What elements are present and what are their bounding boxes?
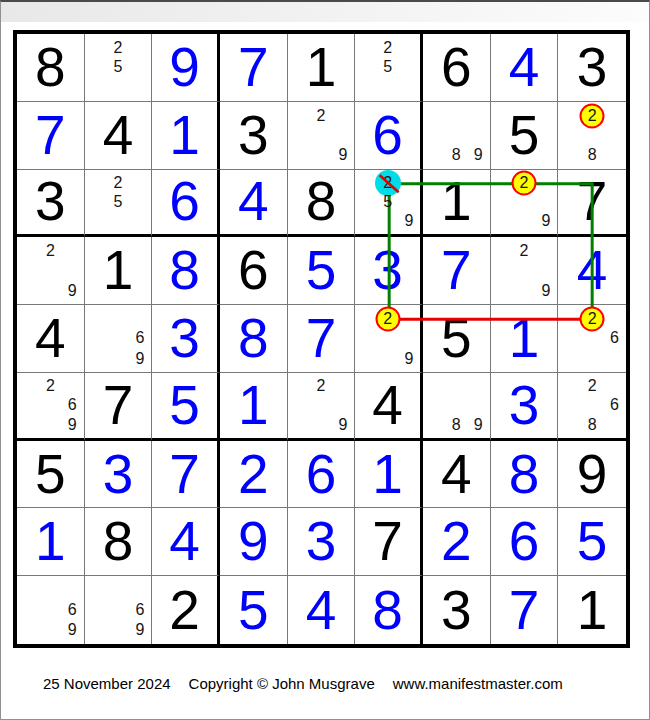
pencil-mark: 6: [68, 397, 77, 413]
cell-r9c1[interactable]: 69: [17, 576, 85, 644]
cell-r7c2[interactable]: 3: [85, 441, 153, 509]
cell-r4c3[interactable]: 8: [152, 237, 220, 305]
cell-r6c1[interactable]: 269: [17, 373, 85, 441]
pencil-mark: 9: [136, 622, 145, 638]
given-digit: 4: [423, 441, 490, 508]
pencil-mark: 2: [383, 311, 392, 327]
pencil-mark: 5: [383, 59, 392, 75]
cell-r1c8[interactable]: 4: [491, 34, 559, 102]
pencil-mark: 9: [68, 417, 77, 433]
cell-r2c9[interactable]: 28: [558, 102, 626, 170]
pencil-mark: 8: [588, 147, 597, 163]
pencil-mark: 2: [520, 243, 529, 259]
solved-digit: 7: [423, 237, 490, 304]
pencil-mark: 2: [317, 108, 326, 124]
cell-r5c2[interactable]: 69: [85, 305, 153, 373]
pencil-mark: 2: [383, 175, 392, 191]
pencil-mark: 6: [610, 397, 619, 413]
pencil-mark: 9: [474, 417, 483, 433]
cell-r5c8[interactable]: 1: [491, 305, 559, 373]
solved-digit: 1: [152, 102, 217, 169]
cell-r1c1[interactable]: 8: [17, 34, 85, 102]
cell-r9c9[interactable]: 1: [558, 576, 626, 644]
cell-r1c3[interactable]: 9: [152, 34, 220, 102]
solved-digit: 4: [288, 576, 355, 644]
given-digit: 4: [85, 102, 152, 169]
solved-digit: 7: [491, 576, 558, 644]
cell-r5c4[interactable]: 8: [220, 305, 288, 373]
cell-r6c9[interactable]: 268: [558, 373, 626, 441]
given-digit: 5: [423, 305, 490, 372]
cell-r1c5[interactable]: 1: [288, 34, 356, 102]
cell-r1c6[interactable]: 25: [355, 34, 423, 102]
cell-r2c1[interactable]: 7: [17, 102, 85, 170]
pencil-mark: 9: [405, 351, 414, 367]
cell-r8c7[interactable]: 2: [423, 508, 491, 576]
solved-digit: 1: [355, 441, 420, 508]
solved-digit: 5: [152, 373, 217, 438]
solved-digit: 5: [220, 576, 287, 644]
solved-digit: 6: [288, 441, 355, 508]
solved-digit: 4: [558, 237, 626, 304]
pencil-mark: 2: [46, 378, 55, 394]
solved-digit: 4: [220, 170, 287, 235]
pencil-mark: 9: [68, 283, 77, 299]
solved-digit: 7: [152, 441, 217, 508]
pencil-mark: 8: [452, 417, 461, 433]
pencil-mark: 2: [114, 175, 123, 191]
given-digit: 3: [558, 34, 626, 101]
cell-r8c3[interactable]: 4: [152, 508, 220, 576]
given-digit: 1: [85, 237, 152, 304]
solved-digit: 8: [491, 441, 558, 508]
pencil-mark: 6: [610, 330, 619, 346]
footer: 25 November 2024 Copyright © John Musgra…: [43, 674, 563, 692]
cell-r2c3[interactable]: 1: [152, 102, 220, 170]
cell-r6c4[interactable]: 1: [220, 373, 288, 441]
pencil-mark: 2: [114, 40, 123, 56]
given-digit: 6: [423, 34, 490, 101]
given-digit: 1: [558, 576, 626, 644]
cell-r8c5[interactable]: 3: [288, 508, 356, 576]
cell-r1c2[interactable]: 25: [85, 34, 153, 102]
window-titlebar: [1, 2, 649, 22]
pencil-mark: 2: [588, 378, 597, 394]
cell-r2c5[interactable]: 29: [288, 102, 356, 170]
given-digit: 5: [491, 102, 558, 169]
cell-r6c3[interactable]: 5: [152, 373, 220, 441]
pencil-mark: 5: [114, 194, 123, 210]
cell-r4c2[interactable]: 1: [85, 237, 153, 305]
solved-digit: 2: [220, 441, 287, 508]
given-digit: 7: [85, 373, 152, 438]
given-digit: 4: [17, 305, 84, 372]
pencil-mark: 5: [114, 59, 123, 75]
pencil-mark: 6: [68, 602, 77, 618]
footer-copyright: Copyright © John Musgrave: [189, 675, 375, 692]
solved-digit: 6: [152, 170, 217, 235]
cell-r8c4[interactable]: 9: [220, 508, 288, 576]
cell-r4c9[interactable]: 4: [558, 237, 626, 305]
pencil-mark: 2: [383, 40, 392, 56]
pencil-mark: 9: [405, 213, 414, 229]
solved-digit: 7: [17, 102, 84, 169]
cell-r9c2[interactable]: 69: [85, 576, 153, 644]
cell-r5c7[interactable]: 5: [423, 305, 491, 373]
cell-r6c6[interactable]: 4: [355, 373, 423, 441]
pencil-mark: 9: [339, 417, 348, 433]
cell-r2c6[interactable]: 6: [355, 102, 423, 170]
cell-r7c7[interactable]: 4: [423, 441, 491, 509]
pencil-mark: 9: [136, 351, 145, 367]
solved-digit: 3: [152, 305, 217, 372]
given-digit: 8: [288, 170, 355, 235]
pencil-mark: 9: [68, 622, 77, 638]
cell-r1c4[interactable]: 7: [220, 34, 288, 102]
solved-digit: 3: [288, 508, 355, 575]
solved-digit: 9: [152, 34, 217, 101]
solved-digit: 8: [355, 576, 420, 644]
cell-r3c4[interactable]: 4: [220, 170, 288, 238]
solved-digit: 5: [288, 237, 355, 304]
pencil-mark: 9: [542, 213, 551, 229]
pencil-mark: 6: [136, 330, 145, 346]
cell-r2c7[interactable]: 89: [423, 102, 491, 170]
cell-r3c7[interactable]: 1: [423, 170, 491, 238]
solved-digit: 5: [558, 508, 626, 575]
cell-r4c1[interactable]: 29: [17, 237, 85, 305]
cell-r5c9[interactable]: 26: [558, 305, 626, 373]
cell-r2c2[interactable]: 4: [85, 102, 153, 170]
cell-r3c5[interactable]: 8: [288, 170, 356, 238]
solved-digit: 4: [491, 34, 558, 101]
solved-digit: 1: [220, 373, 287, 438]
cell-r7c5[interactable]: 6: [288, 441, 356, 509]
solved-digit: 7: [288, 305, 355, 372]
cell-r4c7[interactable]: 7: [423, 237, 491, 305]
solved-digit: 8: [152, 237, 217, 304]
pencil-mark: 9: [339, 147, 348, 163]
given-digit: 3: [220, 102, 287, 169]
footer-date: 25 November 2024: [43, 675, 171, 692]
cell-r9c7[interactable]: 3: [423, 576, 491, 644]
pencil-mark: 2: [317, 378, 326, 394]
solved-digit: 9: [220, 508, 287, 575]
given-digit: 1: [288, 34, 355, 101]
pencil-mark: 8: [452, 147, 461, 163]
solved-digit: 1: [491, 305, 558, 372]
cell-r8c1[interactable]: 1: [17, 508, 85, 576]
given-digit: 9: [558, 441, 626, 508]
given-digit: 6: [220, 237, 287, 304]
pencil-mark: 9: [542, 283, 551, 299]
cell-r7c6[interactable]: 1: [355, 441, 423, 509]
cell-r5c3[interactable]: 3: [152, 305, 220, 373]
given-digit: 7: [355, 508, 420, 575]
cell-r7c4[interactable]: 2: [220, 441, 288, 509]
cell-r6c5[interactable]: 29: [288, 373, 356, 441]
cell-r7c3[interactable]: 7: [152, 441, 220, 509]
solved-digit: 3: [355, 237, 420, 304]
cell-r4c8[interactable]: 29: [491, 237, 559, 305]
cell-r7c8[interactable]: 8: [491, 441, 559, 509]
pencil-mark: 6: [136, 602, 145, 618]
cell-r2c8[interactable]: 5: [491, 102, 559, 170]
cell-r7c1[interactable]: 5: [17, 441, 85, 509]
pencil-mark: 2: [46, 243, 55, 259]
footer-website: www.manifestmaster.com: [393, 675, 563, 692]
cell-r5c5[interactable]: 7: [288, 305, 356, 373]
given-digit: 8: [17, 34, 84, 101]
pencil-mark: 2: [588, 108, 597, 124]
pencil-mark: 2: [520, 175, 529, 191]
cell-r9c6[interactable]: 8: [355, 576, 423, 644]
cell-r3c8[interactable]: 29: [491, 170, 559, 238]
pencil-mark: 2: [588, 311, 597, 327]
solved-digit: 3: [491, 373, 558, 438]
cell-r3c1[interactable]: 3: [17, 170, 85, 238]
solved-digit: 6: [491, 508, 558, 575]
sudoku-board: 8259712564374132968952832564825912972918…: [13, 30, 630, 648]
cell-r5c1[interactable]: 4: [17, 305, 85, 373]
cell-r6c8[interactable]: 3: [491, 373, 559, 441]
given-digit: 4: [355, 373, 420, 438]
given-digit: 8: [85, 508, 152, 575]
solved-digit: 2: [423, 508, 490, 575]
pencil-mark: 9: [474, 147, 483, 163]
cell-r4c6[interactable]: 3: [355, 237, 423, 305]
cell-r9c4[interactable]: 5: [220, 576, 288, 644]
cell-r9c8[interactable]: 7: [491, 576, 559, 644]
cell-r2c4[interactable]: 3: [220, 102, 288, 170]
cell-r8c9[interactable]: 5: [558, 508, 626, 576]
given-digit: 5: [17, 441, 84, 508]
given-digit: 7: [558, 170, 626, 235]
cell-r9c5[interactable]: 4: [288, 576, 356, 644]
solved-digit: 3: [85, 441, 152, 508]
cell-r3c3[interactable]: 6: [152, 170, 220, 238]
cell-r1c9[interactable]: 3: [558, 34, 626, 102]
cell-r6c2[interactable]: 7: [85, 373, 153, 441]
cell-r7c9[interactable]: 9: [558, 441, 626, 509]
cell-r8c2[interactable]: 8: [85, 508, 153, 576]
cell-r5c6[interactable]: 29: [355, 305, 423, 373]
solved-digit: 1: [17, 508, 84, 575]
solved-digit: 6: [355, 102, 420, 169]
given-digit: 3: [17, 170, 84, 235]
given-digit: 2: [152, 576, 217, 644]
given-digit: 1: [423, 170, 490, 235]
given-digit: 3: [423, 576, 490, 644]
pencil-mark: 8: [588, 417, 597, 433]
cell-r6c7[interactable]: 89: [423, 373, 491, 441]
solved-digit: 8: [220, 305, 287, 372]
cell-r3c6[interactable]: 259: [355, 170, 423, 238]
cell-r3c2[interactable]: 25: [85, 170, 153, 238]
cell-r8c8[interactable]: 6: [491, 508, 559, 576]
cell-r1c7[interactable]: 6: [423, 34, 491, 102]
cell-r8c6[interactable]: 7: [355, 508, 423, 576]
solved-digit: 7: [220, 34, 287, 101]
cell-r4c4[interactable]: 6: [220, 237, 288, 305]
cell-r3c9[interactable]: 7: [558, 170, 626, 238]
cell-r9c3[interactable]: 2: [152, 576, 220, 644]
solved-digit: 4: [152, 508, 217, 575]
pencil-mark: 5: [383, 194, 392, 210]
cell-r4c5[interactable]: 5: [288, 237, 356, 305]
